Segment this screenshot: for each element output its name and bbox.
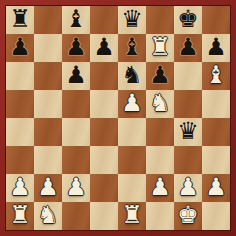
- white-king-icon: ♚: [177, 201, 199, 229]
- white-pawn-icon: ♟: [37, 173, 59, 201]
- square-e6[interactable]: ♞: [118, 62, 146, 90]
- square-a6[interactable]: [6, 62, 34, 90]
- black-king-icon: ♚: [177, 5, 199, 33]
- white-pawn-icon: ♟: [9, 173, 31, 201]
- square-b5[interactable]: [34, 90, 62, 118]
- black-bishop-icon: ♝: [121, 33, 143, 61]
- square-e3[interactable]: [118, 146, 146, 174]
- square-a7[interactable]: ♟: [6, 34, 34, 62]
- black-rook-icon: ♜: [9, 5, 31, 33]
- square-c5[interactable]: [62, 90, 90, 118]
- square-h8[interactable]: [202, 6, 230, 34]
- square-f4[interactable]: [146, 118, 174, 146]
- board-frame: ♜♝♛♚♟♟♟♝♜♟♟♟♞♟♝♟♞♛♟♟♟♟♟♟♜♞♜♚: [0, 0, 236, 236]
- square-b2[interactable]: ♟: [34, 174, 62, 202]
- square-h6[interactable]: ♝: [202, 62, 230, 90]
- square-b3[interactable]: [34, 146, 62, 174]
- square-b6[interactable]: [34, 62, 62, 90]
- square-h4[interactable]: [202, 118, 230, 146]
- square-h1[interactable]: [202, 202, 230, 230]
- square-e8[interactable]: ♛: [118, 6, 146, 34]
- white-pawn-icon: ♟: [177, 173, 199, 201]
- square-a5[interactable]: [6, 90, 34, 118]
- square-d3[interactable]: [90, 146, 118, 174]
- square-a4[interactable]: [6, 118, 34, 146]
- black-pawn-icon: ♟: [205, 33, 227, 61]
- square-d2[interactable]: [90, 174, 118, 202]
- black-pawn-icon: ♟: [93, 33, 115, 61]
- square-b8[interactable]: [34, 6, 62, 34]
- white-rook-icon: ♜: [9, 201, 31, 229]
- square-h3[interactable]: [202, 146, 230, 174]
- square-d8[interactable]: [90, 6, 118, 34]
- square-g8[interactable]: ♚: [174, 6, 202, 34]
- square-d1[interactable]: [90, 202, 118, 230]
- white-pawn-icon: ♟: [121, 89, 143, 117]
- square-c1[interactable]: [62, 202, 90, 230]
- square-d5[interactable]: [90, 90, 118, 118]
- square-d6[interactable]: [90, 62, 118, 90]
- square-g4[interactable]: ♛: [174, 118, 202, 146]
- square-a2[interactable]: ♟: [6, 174, 34, 202]
- white-pawn-icon: ♟: [149, 173, 171, 201]
- square-h5[interactable]: [202, 90, 230, 118]
- square-g2[interactable]: ♟: [174, 174, 202, 202]
- square-f6[interactable]: ♟: [146, 62, 174, 90]
- square-c7[interactable]: ♟: [62, 34, 90, 62]
- white-knight-icon: ♞: [37, 201, 59, 229]
- square-e2[interactable]: [118, 174, 146, 202]
- black-pawn-icon: ♟: [177, 33, 199, 61]
- square-b1[interactable]: ♞: [34, 202, 62, 230]
- square-e4[interactable]: [118, 118, 146, 146]
- white-bishop-icon: ♝: [205, 61, 227, 89]
- black-pawn-icon: ♟: [65, 61, 87, 89]
- square-e1[interactable]: ♜: [118, 202, 146, 230]
- square-g7[interactable]: ♟: [174, 34, 202, 62]
- white-knight-icon: ♞: [149, 89, 171, 117]
- square-g1[interactable]: ♚: [174, 202, 202, 230]
- square-f1[interactable]: [146, 202, 174, 230]
- square-f8[interactable]: [146, 6, 174, 34]
- square-f3[interactable]: [146, 146, 174, 174]
- square-g3[interactable]: [174, 146, 202, 174]
- black-pawn-icon: ♟: [65, 33, 87, 61]
- black-bishop-icon: ♝: [65, 5, 87, 33]
- square-a1[interactable]: ♜: [6, 202, 34, 230]
- white-pawn-icon: ♟: [205, 173, 227, 201]
- square-c6[interactable]: ♟: [62, 62, 90, 90]
- square-a8[interactable]: ♜: [6, 6, 34, 34]
- square-a3[interactable]: [6, 146, 34, 174]
- white-rook-icon: ♜: [121, 201, 143, 229]
- square-g5[interactable]: [174, 90, 202, 118]
- square-b4[interactable]: [34, 118, 62, 146]
- white-pawn-icon: ♟: [65, 173, 87, 201]
- black-queen-icon: ♛: [121, 5, 143, 33]
- white-rook-icon: ♜: [149, 33, 171, 61]
- square-f7[interactable]: ♜: [146, 34, 174, 62]
- square-h7[interactable]: ♟: [202, 34, 230, 62]
- square-e7[interactable]: ♝: [118, 34, 146, 62]
- square-g6[interactable]: [174, 62, 202, 90]
- square-d4[interactable]: [90, 118, 118, 146]
- black-pawn-icon: ♟: [9, 33, 31, 61]
- square-c2[interactable]: ♟: [62, 174, 90, 202]
- square-d7[interactable]: ♟: [90, 34, 118, 62]
- square-c8[interactable]: ♝: [62, 6, 90, 34]
- black-queen-icon: ♛: [177, 117, 199, 145]
- square-c3[interactable]: [62, 146, 90, 174]
- square-h2[interactable]: ♟: [202, 174, 230, 202]
- square-f5[interactable]: ♞: [146, 90, 174, 118]
- black-pawn-icon: ♟: [149, 61, 171, 89]
- square-f2[interactable]: ♟: [146, 174, 174, 202]
- square-c4[interactable]: [62, 118, 90, 146]
- black-knight-icon: ♞: [121, 61, 143, 89]
- square-b7[interactable]: [34, 34, 62, 62]
- chess-board: ♜♝♛♚♟♟♟♝♜♟♟♟♞♟♝♟♞♛♟♟♟♟♟♟♜♞♜♚: [6, 6, 230, 230]
- square-e5[interactable]: ♟: [118, 90, 146, 118]
